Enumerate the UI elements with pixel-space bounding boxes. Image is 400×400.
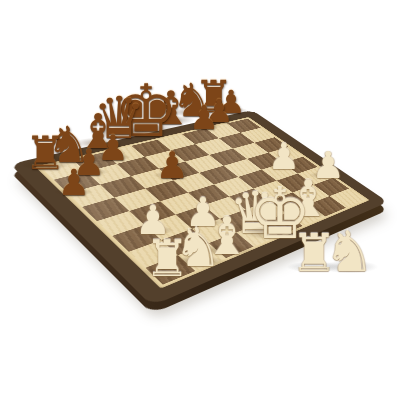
dark-pawn-a7: ♟	[58, 165, 90, 201]
light-knight-off-board: ♞	[324, 224, 374, 280]
light-rook-a1: ♜	[145, 234, 190, 284]
dark-pawn-e5: ♟	[155, 147, 188, 184]
chess-set-photo: ♜♞♝♛♚♝♞♜♟♟♟♟♟♟♟♟♟♝♛♚♝♟♞♟♜♜♞	[0, 0, 400, 400]
dark-pawn-f7: ♟	[189, 101, 219, 134]
